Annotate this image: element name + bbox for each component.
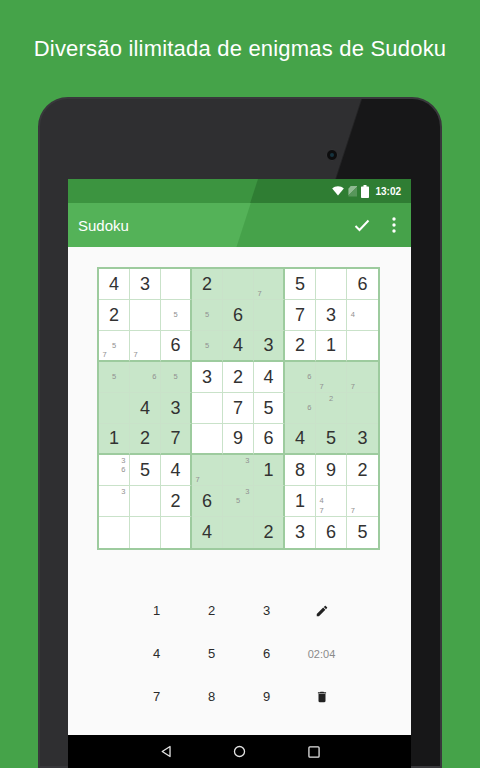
cell-value: 4 bbox=[109, 274, 119, 295]
cell-r8c7[interactable]: 1 bbox=[285, 486, 316, 517]
cell-r1c6[interactable]: 7 bbox=[254, 269, 285, 300]
cell-r6c4[interactable] bbox=[192, 424, 223, 455]
cell-value: 7 bbox=[295, 305, 305, 326]
cell-r4c4[interactable]: 3 bbox=[192, 362, 223, 393]
cell-value: 3 bbox=[263, 335, 273, 356]
cell-r2c9[interactable]: 4 bbox=[347, 300, 378, 331]
cell-value: 4 bbox=[263, 367, 273, 388]
promo-banner: Diversão ilimitada de enigmas de Sudoku bbox=[0, 0, 480, 97]
cell-r9c1[interactable] bbox=[99, 517, 130, 548]
cell-r9c2[interactable] bbox=[130, 517, 161, 548]
sudoku-board: 4327562556734577654321565324677437562127… bbox=[97, 267, 380, 550]
pencil-notes: 7 bbox=[317, 363, 345, 391]
overflow-menu-icon[interactable] bbox=[392, 217, 396, 233]
no-sim-icon bbox=[348, 186, 357, 197]
cell-value: 4 bbox=[140, 398, 150, 419]
cell-r4c2[interactable]: 6 bbox=[130, 362, 161, 393]
cell-value: 6 bbox=[357, 274, 367, 295]
cell-value: 7 bbox=[170, 428, 180, 449]
pencil-notes: 5 bbox=[193, 332, 221, 359]
cell-value: 5 bbox=[263, 398, 273, 419]
cell-value: 6 bbox=[326, 522, 336, 543]
cell-r9c5[interactable] bbox=[223, 517, 254, 548]
numpad-7[interactable]: 7 bbox=[129, 675, 184, 718]
cell-value: 3 bbox=[357, 428, 367, 449]
cell-r5c7[interactable]: 6 bbox=[285, 393, 316, 424]
cell-value: 6 bbox=[170, 335, 180, 356]
cell-r4c6[interactable]: 4 bbox=[254, 362, 285, 393]
cell-r7c8[interactable]: 9 bbox=[316, 455, 347, 486]
check-icon[interactable] bbox=[354, 219, 370, 232]
cell-r5c8[interactable]: 2 bbox=[316, 393, 347, 424]
pencil-notes: 6 bbox=[131, 363, 159, 391]
cell-r3c9[interactable] bbox=[347, 331, 378, 362]
pencil-notes: 3 bbox=[224, 456, 252, 484]
cell-value: 2 bbox=[202, 274, 212, 295]
cell-value: 2 bbox=[140, 428, 150, 449]
pencil-notes: 4 bbox=[348, 301, 377, 329]
numpad: 1 2 3 4 5 6 02:04 7 8 9 bbox=[129, 589, 349, 718]
numpad-2[interactable]: 2 bbox=[184, 589, 239, 632]
cell-r2c7[interactable]: 7 bbox=[285, 300, 316, 331]
cell-value: 2 bbox=[295, 335, 305, 356]
cell-r2c5[interactable]: 6 bbox=[223, 300, 254, 331]
nav-home-button[interactable] bbox=[219, 735, 259, 768]
cell-r2c3[interactable]: 5 bbox=[161, 300, 192, 331]
cell-value: 5 bbox=[326, 428, 336, 449]
status-bar-clock: 13:02 bbox=[375, 186, 401, 197]
pencil-notes: 6 bbox=[286, 363, 314, 391]
cell-r6c3[interactable]: 7 bbox=[161, 424, 192, 455]
cell-r9c8[interactable]: 6 bbox=[316, 517, 347, 548]
cell-r3c6[interactable]: 3 bbox=[254, 331, 285, 362]
cell-value: 2 bbox=[357, 460, 367, 481]
pencil-notes: 2 bbox=[317, 394, 345, 422]
cell-value: 1 bbox=[326, 335, 336, 356]
cell-value: 3 bbox=[326, 305, 336, 326]
cell-r9c7[interactable]: 3 bbox=[285, 517, 316, 548]
cell-r9c3[interactable] bbox=[161, 517, 192, 548]
cell-r8c9[interactable]: 7 bbox=[347, 486, 378, 517]
cell-r3c5[interactable]: 4 bbox=[223, 331, 254, 362]
cell-r6c9[interactable]: 3 bbox=[347, 424, 378, 455]
cell-r8c3[interactable]: 2 bbox=[161, 486, 192, 517]
cell-value: 4 bbox=[170, 460, 180, 481]
cell-r7c1[interactable]: 36 bbox=[99, 455, 130, 486]
pencil-notes: 7 bbox=[348, 487, 377, 515]
cell-r5c9[interactable] bbox=[347, 393, 378, 424]
cell-value: 2 bbox=[233, 367, 243, 388]
front-camera bbox=[326, 149, 338, 161]
cell-r8c8[interactable]: 47 bbox=[316, 486, 347, 517]
cell-value: 3 bbox=[202, 367, 212, 388]
cell-r7c2[interactable]: 5 bbox=[130, 455, 161, 486]
pencil-notes: 47 bbox=[317, 487, 345, 515]
cell-r8c6[interactable] bbox=[254, 486, 285, 517]
game-area: 4327562556734577654321565324677437562127… bbox=[68, 247, 411, 735]
cell-value: 1 bbox=[109, 428, 119, 449]
promo-banner-text: Diversão ilimitada de enigmas de Sudoku bbox=[34, 36, 447, 62]
pencil-notes: 36 bbox=[100, 456, 128, 484]
cell-r3c1[interactable]: 57 bbox=[99, 331, 130, 362]
cell-value: 1 bbox=[295, 491, 305, 512]
cell-r4c9[interactable]: 7 bbox=[347, 362, 378, 393]
cell-value: 6 bbox=[233, 305, 243, 326]
cell-r8c2[interactable] bbox=[130, 486, 161, 517]
cell-r2c4[interactable]: 5 bbox=[192, 300, 223, 331]
cell-r6c2[interactable]: 2 bbox=[130, 424, 161, 455]
trash-icon[interactable] bbox=[294, 675, 349, 718]
pencil-notes: 7 bbox=[131, 332, 159, 359]
cell-r6c6[interactable]: 6 bbox=[254, 424, 285, 455]
numpad-5[interactable]: 5 bbox=[184, 632, 239, 675]
pencil-notes: 6 bbox=[286, 394, 314, 422]
cell-value: 3 bbox=[295, 522, 305, 543]
numpad-3[interactable]: 3 bbox=[239, 589, 294, 632]
pencil-notes: 5 bbox=[162, 301, 189, 329]
cell-r5c2[interactable]: 4 bbox=[130, 393, 161, 424]
pencil-notes: 7 bbox=[348, 363, 377, 391]
status-bar: 13:02 bbox=[68, 179, 411, 203]
cell-value: 6 bbox=[202, 491, 212, 512]
cell-value: 9 bbox=[326, 460, 336, 481]
app-bar: Sudoku bbox=[68, 203, 411, 247]
cell-r4c8[interactable]: 7 bbox=[316, 362, 347, 393]
cell-value: 1 bbox=[263, 460, 273, 481]
cell-r7c4[interactable]: 7 bbox=[192, 455, 223, 486]
cell-r5c3[interactable]: 3 bbox=[161, 393, 192, 424]
numpad-9[interactable]: 9 bbox=[239, 675, 294, 718]
cell-r2c1[interactable]: 2 bbox=[99, 300, 130, 331]
cell-value: 5 bbox=[295, 274, 305, 295]
cell-r9c4[interactable]: 4 bbox=[192, 517, 223, 548]
cell-r6c1[interactable]: 1 bbox=[99, 424, 130, 455]
cell-value: 3 bbox=[140, 274, 150, 295]
cell-value: 4 bbox=[295, 428, 305, 449]
cell-r3c2[interactable]: 7 bbox=[130, 331, 161, 362]
cell-value: 5 bbox=[140, 460, 150, 481]
cell-r7c9[interactable]: 2 bbox=[347, 455, 378, 486]
nav-recents-button[interactable] bbox=[294, 735, 334, 768]
cell-r6c5[interactable]: 9 bbox=[223, 424, 254, 455]
cell-r2c2[interactable] bbox=[130, 300, 161, 331]
numpad-4[interactable]: 4 bbox=[129, 632, 184, 675]
cell-r1c3[interactable] bbox=[161, 269, 192, 300]
tablet-frame: 13:02 Sudoku 432756255673457765432156532… bbox=[38, 97, 442, 768]
pencil-notes: 5 bbox=[162, 363, 189, 391]
cell-r8c1[interactable]: 3 bbox=[99, 486, 130, 517]
page: Diversão ilimitada de enigmas de Sudoku … bbox=[0, 0, 480, 768]
cell-r6c8[interactable]: 5 bbox=[316, 424, 347, 455]
cell-value: 9 bbox=[233, 428, 243, 449]
cell-r1c4[interactable]: 2 bbox=[192, 269, 223, 300]
cell-r3c3[interactable]: 6 bbox=[161, 331, 192, 362]
cell-r5c4[interactable] bbox=[192, 393, 223, 424]
cell-value: 4 bbox=[202, 522, 212, 543]
cell-r1c7[interactable]: 5 bbox=[285, 269, 316, 300]
cell-r1c8[interactable] bbox=[316, 269, 347, 300]
cell-r7c6[interactable]: 1 bbox=[254, 455, 285, 486]
pencil-notes: 35 bbox=[224, 487, 252, 515]
cell-r7c3[interactable]: 4 bbox=[161, 455, 192, 486]
cell-value: 3 bbox=[170, 398, 180, 419]
cell-r2c8[interactable]: 3 bbox=[316, 300, 347, 331]
cell-value: 2 bbox=[170, 491, 180, 512]
pencil-notes: 7 bbox=[193, 456, 221, 484]
pencil-notes: 7 bbox=[255, 270, 282, 298]
android-nav-bar bbox=[68, 735, 411, 768]
cell-r1c9[interactable]: 6 bbox=[347, 269, 378, 300]
cell-value: 6 bbox=[263, 428, 273, 449]
cell-r4c5[interactable]: 2 bbox=[223, 362, 254, 393]
numpad-8[interactable]: 8 bbox=[184, 675, 239, 718]
cell-value: 8 bbox=[295, 460, 305, 481]
cell-r7c5[interactable]: 3 bbox=[223, 455, 254, 486]
pencil-notes: 5 bbox=[100, 363, 128, 391]
cell-r3c7[interactable]: 2 bbox=[285, 331, 316, 362]
nav-back-button[interactable] bbox=[146, 735, 186, 768]
cell-value: 2 bbox=[109, 305, 119, 326]
pencil-icon[interactable] bbox=[294, 589, 349, 632]
cell-r5c1[interactable] bbox=[99, 393, 130, 424]
cell-value: 5 bbox=[357, 522, 367, 543]
cell-r9c6[interactable]: 2 bbox=[254, 517, 285, 548]
pencil-notes: 3 bbox=[100, 487, 128, 515]
battery-icon bbox=[361, 185, 369, 198]
cell-r4c1[interactable]: 5 bbox=[99, 362, 130, 393]
cell-r5c5[interactable]: 7 bbox=[223, 393, 254, 424]
cell-r1c5[interactable] bbox=[223, 269, 254, 300]
tablet-screen: 13:02 Sudoku 432756255673457765432156532… bbox=[68, 179, 411, 768]
cell-r8c5[interactable]: 35 bbox=[223, 486, 254, 517]
cell-r6c7[interactable]: 4 bbox=[285, 424, 316, 455]
cell-r8c4[interactable]: 6 bbox=[192, 486, 223, 517]
cell-r1c2[interactable]: 3 bbox=[130, 269, 161, 300]
pencil-notes: 5 bbox=[193, 301, 221, 329]
pencil-notes: 57 bbox=[100, 332, 128, 359]
cell-r4c3[interactable]: 5 bbox=[161, 362, 192, 393]
cell-value: 4 bbox=[233, 335, 243, 356]
cell-r1c1[interactable]: 4 bbox=[99, 269, 130, 300]
app-title: Sudoku bbox=[78, 217, 332, 234]
cell-r5c6[interactable]: 5 bbox=[254, 393, 285, 424]
cell-r3c4[interactable]: 5 bbox=[192, 331, 223, 362]
cell-value: 2 bbox=[263, 522, 273, 543]
cell-r2c6[interactable] bbox=[254, 300, 285, 331]
cell-value: 7 bbox=[233, 398, 243, 419]
numpad-1[interactable]: 1 bbox=[129, 589, 184, 632]
numpad-6[interactable]: 6 bbox=[239, 632, 294, 675]
cell-r9c9[interactable]: 5 bbox=[347, 517, 378, 548]
game-timer: 02:04 bbox=[294, 632, 349, 675]
cell-r4c7[interactable]: 6 bbox=[285, 362, 316, 393]
wifi-icon bbox=[332, 186, 344, 196]
cell-r3c8[interactable]: 1 bbox=[316, 331, 347, 362]
cell-r7c7[interactable]: 8 bbox=[285, 455, 316, 486]
